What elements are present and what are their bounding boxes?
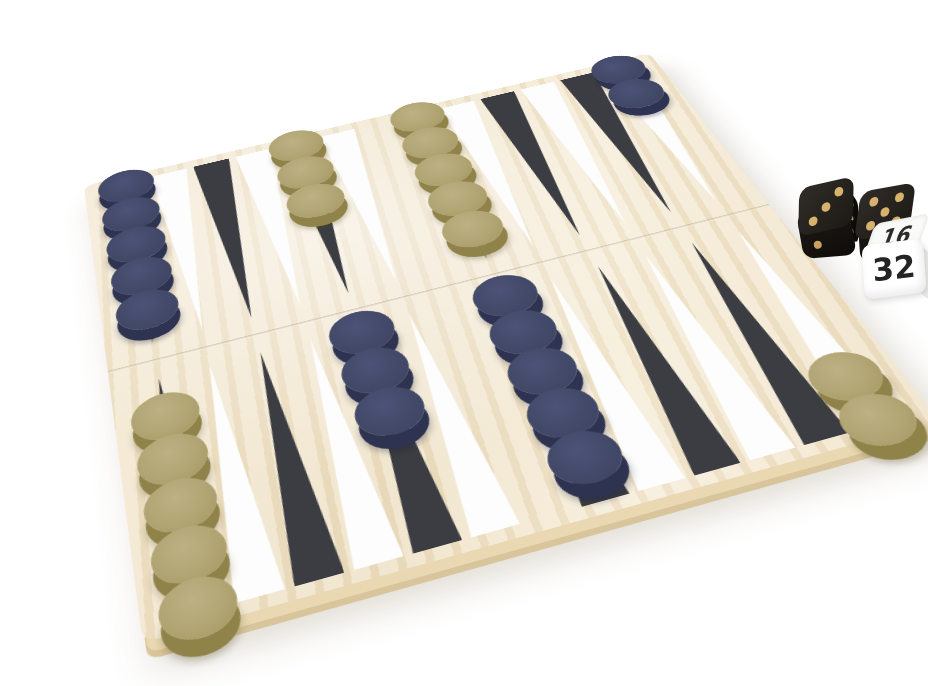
doubling-cube-front-value: 32 <box>861 238 926 298</box>
die-pip <box>835 186 844 197</box>
die-1[interactable] <box>797 183 859 259</box>
board-anchor <box>84 53 928 642</box>
die-pip <box>895 192 905 203</box>
doubling-cube[interactable]: 16 32 <box>863 220 928 302</box>
backgammon-board <box>84 53 928 642</box>
die-pip <box>813 241 822 250</box>
die-pip <box>822 201 831 212</box>
die-pip <box>880 206 890 217</box>
doubling-cube-front-face: 32 <box>861 238 926 299</box>
die-pip <box>808 215 817 226</box>
product-photo-scene: 16 32 <box>0 0 928 686</box>
die-pip <box>868 197 878 208</box>
